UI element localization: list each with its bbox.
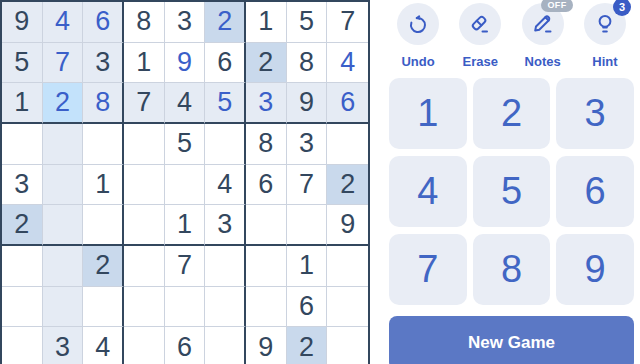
numpad-7[interactable]: 7 [389, 234, 467, 305]
cell-r3c8[interactable]: 9 [287, 83, 328, 124]
cell-r6c4[interactable] [124, 205, 165, 246]
notes-badge: OFF [541, 0, 572, 12]
cell-r7c1[interactable] [2, 246, 43, 287]
cell-r5c6[interactable]: 4 [205, 165, 246, 206]
cell-r3c9[interactable]: 6 [327, 83, 368, 124]
control-panel: UndoEraseOFFNotes3Hint 123456789 New Gam… [370, 0, 640, 364]
cell-r2c5[interactable]: 9 [165, 43, 206, 84]
cell-r5c1[interactable]: 3 [2, 165, 43, 206]
numpad-1[interactable]: 1 [389, 78, 467, 149]
hint-badge: 3 [613, 0, 631, 16]
cell-r1c5[interactable]: 3 [165, 2, 206, 43]
cell-r6c2[interactable] [43, 205, 84, 246]
cell-r2c8[interactable]: 8 [287, 43, 328, 84]
numpad-4[interactable]: 4 [389, 156, 467, 227]
cell-r7c7[interactable] [246, 246, 287, 287]
cell-r3c3[interactable]: 8 [83, 83, 124, 124]
cell-r2c9[interactable]: 4 [327, 43, 368, 84]
hint-icon [593, 12, 617, 36]
cell-r9c7[interactable]: 9 [246, 327, 287, 364]
cell-r3c7[interactable]: 3 [246, 83, 287, 124]
cell-r4c1[interactable] [2, 124, 43, 165]
cell-r5c3[interactable]: 1 [83, 165, 124, 206]
numpad-5[interactable]: 5 [473, 156, 551, 227]
numpad-6[interactable]: 6 [556, 156, 634, 227]
cell-r8c1[interactable] [2, 287, 43, 328]
erase-label: Erase [463, 54, 498, 69]
numpad-9[interactable]: 9 [556, 234, 634, 305]
cell-r8c8[interactable]: 6 [287, 287, 328, 328]
cell-r9c8[interactable]: 2 [287, 327, 328, 364]
erase-button[interactable]: Erase [451, 3, 509, 69]
cell-r1c4[interactable]: 8 [124, 2, 165, 43]
cell-r1c8[interactable]: 5 [287, 2, 328, 43]
cell-r4c4[interactable] [124, 124, 165, 165]
erase-button-circle [459, 3, 501, 45]
cell-r8c7[interactable] [246, 287, 287, 328]
cell-r5c5[interactable] [165, 165, 206, 206]
cell-r6c6[interactable]: 3 [205, 205, 246, 246]
cell-r7c9[interactable] [327, 246, 368, 287]
hint-label: Hint [592, 54, 617, 69]
cell-r3c6[interactable]: 5 [205, 83, 246, 124]
undo-button-circle [397, 3, 439, 45]
notes-button-circle: OFF [522, 3, 564, 45]
number-pad: 123456789 [389, 78, 634, 305]
cell-r3c1[interactable]: 1 [2, 83, 43, 124]
cell-r1c2[interactable]: 4 [43, 2, 84, 43]
cell-r9c2[interactable]: 3 [43, 327, 84, 364]
erase-icon [468, 12, 492, 36]
cell-r2c3[interactable]: 3 [83, 43, 124, 84]
cell-r6c7[interactable] [246, 205, 287, 246]
notes-icon [531, 12, 555, 36]
cell-r1c1[interactable]: 9 [2, 2, 43, 43]
cell-r2c7[interactable]: 2 [246, 43, 287, 84]
cell-r9c1[interactable] [2, 327, 43, 364]
cell-r8c4[interactable] [124, 287, 165, 328]
cell-r9c3[interactable]: 4 [83, 327, 124, 364]
cell-r4c9[interactable] [327, 124, 368, 165]
cell-r9c6[interactable] [205, 327, 246, 364]
cell-r1c6[interactable]: 2 [205, 2, 246, 43]
hint-button[interactable]: 3Hint [576, 3, 634, 69]
sudoku-board: 9468321575731962841287453965833146722139… [0, 0, 370, 364]
cell-r3c2[interactable]: 2 [43, 83, 84, 124]
cell-r7c4[interactable] [124, 246, 165, 287]
cell-r2c6[interactable]: 6 [205, 43, 246, 84]
cell-r6c8[interactable] [287, 205, 328, 246]
cell-r8c6[interactable] [205, 287, 246, 328]
cell-r9c5[interactable]: 6 [165, 327, 206, 364]
cell-r7c3[interactable]: 2 [83, 246, 124, 287]
notes-label: Notes [525, 54, 561, 69]
cell-r5c8[interactable]: 7 [287, 165, 328, 206]
cell-r9c4[interactable] [124, 327, 165, 364]
cell-r1c3[interactable]: 6 [83, 2, 124, 43]
cell-r6c5[interactable]: 1 [165, 205, 206, 246]
cell-r5c9[interactable]: 2 [327, 165, 368, 206]
cell-r2c2[interactable]: 7 [43, 43, 84, 84]
cell-r8c3[interactable] [83, 287, 124, 328]
cell-r4c5[interactable]: 5 [165, 124, 206, 165]
cell-r8c2[interactable] [43, 287, 84, 328]
undo-icon [406, 12, 430, 36]
cell-r5c7[interactable]: 6 [246, 165, 287, 206]
cell-r4c6[interactable] [205, 124, 246, 165]
cell-r5c4[interactable] [124, 165, 165, 206]
hint-button-circle: 3 [584, 3, 626, 45]
cell-r3c5[interactable]: 4 [165, 83, 206, 124]
cell-r2c4[interactable]: 1 [124, 43, 165, 84]
new-game-button[interactable]: New Game [389, 316, 634, 364]
notes-button[interactable]: OFFNotes [514, 3, 572, 69]
cell-r8c9[interactable] [327, 287, 368, 328]
cell-r4c8[interactable]: 3 [287, 124, 328, 165]
cell-r6c3[interactable] [83, 205, 124, 246]
cell-r8c5[interactable] [165, 287, 206, 328]
toolbar: UndoEraseOFFNotes3Hint [389, 3, 634, 69]
cell-r4c7[interactable]: 8 [246, 124, 287, 165]
cell-r7c2[interactable] [43, 246, 84, 287]
cell-r2c1[interactable]: 5 [2, 43, 43, 84]
cell-r9c9[interactable] [327, 327, 368, 364]
cell-r3c4[interactable]: 7 [124, 83, 165, 124]
cell-r4c2[interactable] [43, 124, 84, 165]
sudoku-app: 9468321575731962841287453965833146722139… [0, 0, 640, 364]
numpad-8[interactable]: 8 [473, 234, 551, 305]
cell-r6c9[interactable]: 9 [327, 205, 368, 246]
numpad-2[interactable]: 2 [473, 78, 551, 149]
cell-r5c2[interactable] [43, 165, 84, 206]
cell-r6c1[interactable]: 2 [2, 205, 43, 246]
undo-label: Undo [401, 54, 434, 69]
cell-r7c8[interactable]: 1 [287, 246, 328, 287]
cell-r7c6[interactable] [205, 246, 246, 287]
undo-button[interactable]: Undo [389, 3, 447, 69]
cell-r1c7[interactable]: 1 [246, 2, 287, 43]
cell-r4c3[interactable] [83, 124, 124, 165]
cell-r1c9[interactable]: 7 [327, 2, 368, 43]
numpad-3[interactable]: 3 [556, 78, 634, 149]
cell-r7c5[interactable]: 7 [165, 246, 206, 287]
